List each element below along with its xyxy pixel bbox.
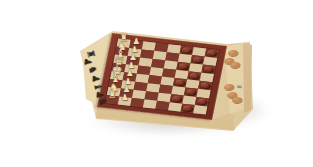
board-square: [193, 105, 207, 115]
checker-piece-dark: [192, 56, 203, 63]
checker-piece-dark: [171, 95, 182, 102]
chess-piece-light-r: ♜: [108, 90, 117, 100]
drawer-knob-pin: [237, 85, 242, 89]
checker-piece-dark: [182, 105, 193, 112]
chess-piece-dark-lying: ♞: [98, 97, 108, 106]
checker-piece-dark: [185, 88, 196, 95]
checker-piece-dark: [203, 66, 214, 73]
product-photo-scene: ♜♟♞♟♝♟♞ ♜♟♞♟♝♟♛♟♚♟♝♟♞♟♜♟: [0, 0, 313, 167]
checker-piece-dark: [178, 63, 189, 70]
checker-piece-dark: [181, 47, 192, 54]
checker-piece-dark: [174, 79, 185, 86]
chess-piece-dark-lying: ♞: [88, 65, 99, 75]
checker-piece-dark: [189, 72, 200, 79]
chess-piece-light-p: ♟: [121, 93, 129, 102]
checker-piece-dark: [206, 49, 217, 56]
checker-piece-dark: [200, 82, 211, 89]
checker-piece-dark: [196, 98, 207, 105]
